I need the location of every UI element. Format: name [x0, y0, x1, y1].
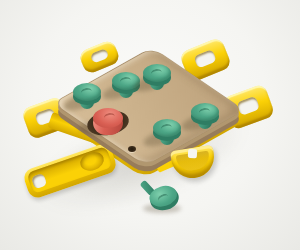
peg-back-right[interactable] — [143, 64, 171, 96]
product-photo-scene — [0, 0, 300, 250]
peg-mid-right[interactable] — [191, 103, 219, 135]
plug-red[interactable] — [89, 108, 127, 140]
pieces-layer — [0, 0, 300, 250]
peg-mid-center[interactable] — [153, 119, 181, 151]
peg-loose[interactable] — [139, 178, 185, 214]
